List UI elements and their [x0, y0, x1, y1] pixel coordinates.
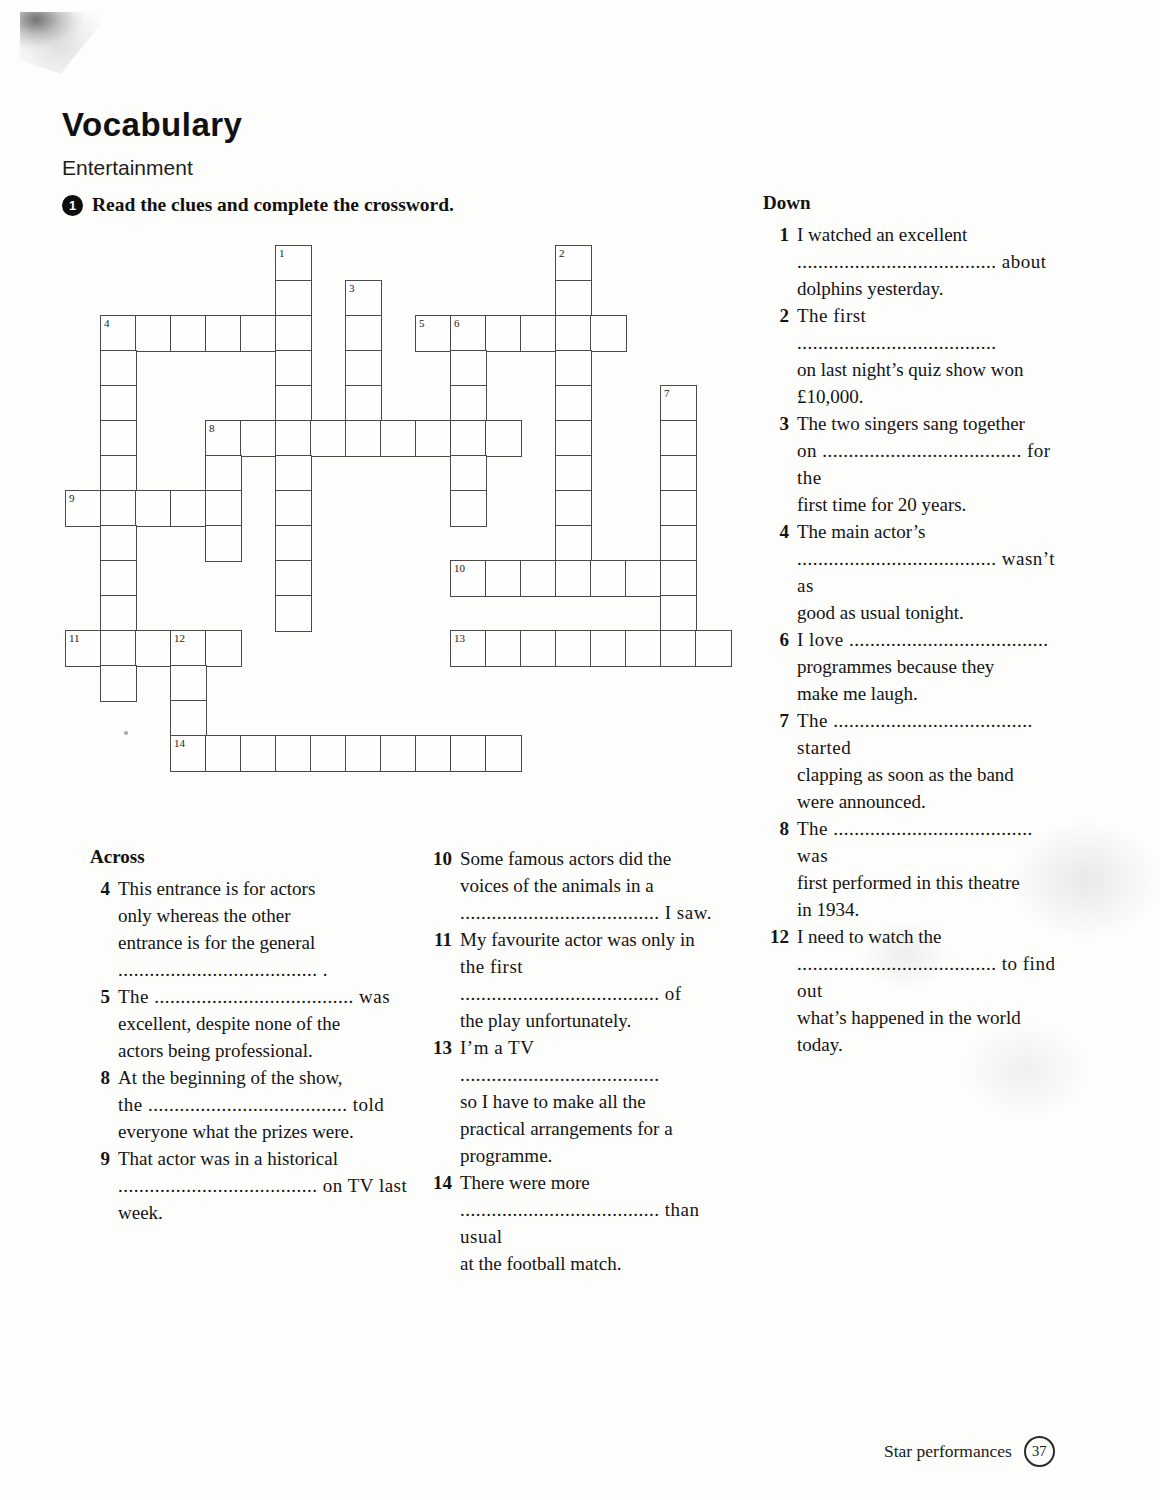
instruction-text: Read the clues and complete the crosswor…	[92, 194, 454, 216]
clue-number: 5	[90, 983, 118, 1064]
clue-number: 6	[763, 626, 797, 707]
crossword-cell-r11c14[interactable]	[555, 630, 592, 667]
clue-text: The ....................................…	[118, 983, 420, 1064]
grid-clue-number-1: 1	[279, 247, 285, 260]
crossword-cell-r6c4[interactable]	[205, 455, 242, 492]
crossword-cell-r14c11[interactable]	[450, 735, 487, 772]
clue-number: 13	[426, 1034, 460, 1169]
clue-text: The ....................................…	[797, 707, 1068, 815]
crossword-cell-r0c6[interactable]: 1	[275, 245, 312, 282]
clue-number: 14	[426, 1169, 460, 1277]
crossword-cell-r7c14[interactable]	[555, 490, 592, 527]
crossword-cell-r8c17[interactable]	[660, 525, 697, 562]
crossword-cell-r7c3[interactable]	[170, 490, 207, 527]
crossword-cell-r12c1[interactable]	[100, 665, 137, 702]
grid-clue-number-13: 13	[454, 632, 465, 645]
crossword-cell-r4c1[interactable]	[100, 385, 137, 422]
grid-clue-number-2: 2	[559, 247, 565, 260]
down-header: Down	[763, 189, 1068, 216]
crossword-cell-r2c6[interactable]	[275, 315, 312, 352]
page-number-circle: 37	[1024, 1436, 1055, 1467]
clue-text: This entrance is for actorsonly whereas …	[118, 875, 420, 983]
page-footer: Star performances 37	[884, 1436, 1055, 1467]
crossword-cell-r14c10[interactable]	[415, 735, 452, 772]
crossword-cell-r11c0[interactable]: 11	[65, 630, 102, 667]
clue-number: 4	[90, 875, 118, 983]
crossword-cell-r5c11[interactable]	[450, 420, 487, 457]
across-clues-column-1: Across 4This entrance is for actorsonly …	[90, 843, 420, 1226]
clue-text: My favourite actor was only inthe first …	[460, 926, 726, 1034]
crossword-cell-r3c11[interactable]	[450, 350, 487, 387]
crossword-cell-r8c6[interactable]	[275, 525, 312, 562]
clue-across-14: 14There were more.......................…	[426, 1169, 726, 1277]
exercise-instruction: 1 Read the clues and complete the crossw…	[62, 194, 454, 216]
grid-clue-number-9: 9	[69, 492, 75, 505]
clue-number: 1	[763, 221, 797, 302]
crossword-cell-r7c4[interactable]	[205, 490, 242, 527]
crossword-cell-r4c11[interactable]	[450, 385, 487, 422]
crossword-cell-r11c2[interactable]	[135, 630, 172, 667]
crossword-cell-r8c4[interactable]	[205, 525, 242, 562]
crossword-cell-r2c14[interactable]	[555, 315, 592, 352]
crossword-cell-r11c12[interactable]	[485, 630, 522, 667]
grid-clue-number-7: 7	[664, 387, 670, 400]
crossword-cell-r7c1[interactable]	[100, 490, 137, 527]
grid-clue-number-14: 14	[174, 737, 185, 750]
section-title: Entertainment	[62, 156, 193, 180]
crossword-cell-r4c6[interactable]	[275, 385, 312, 422]
crossword-cell-r5c10[interactable]	[415, 420, 452, 457]
clue-number: 4	[763, 518, 797, 626]
clue-number: 8	[763, 815, 797, 923]
crossword-cell-r2c1[interactable]: 4	[100, 315, 137, 352]
clue-down-1: 1I watched an excellent.................…	[763, 221, 1068, 302]
crossword-cell-r9c13[interactable]	[520, 560, 557, 597]
crossword-cell-r11c4[interactable]	[205, 630, 242, 667]
crossword-grid: 1234567891011121314	[65, 245, 732, 772]
crossword-cell-r1c8[interactable]: 3	[345, 280, 382, 317]
clue-text: I need to watch the.....................…	[797, 923, 1068, 1058]
crossword-cell-r10c1[interactable]	[100, 595, 137, 632]
clue-across-10: 10Some famous actors did thevoices of th…	[426, 845, 726, 926]
crossword-cell-r3c14[interactable]	[555, 350, 592, 387]
crossword-cell-r9c6[interactable]	[275, 560, 312, 597]
grid-clue-number-10: 10	[454, 562, 465, 575]
crossword-cell-r6c14[interactable]	[555, 455, 592, 492]
crossword-cell-r9c12[interactable]	[485, 560, 522, 597]
crossword-cell-r14c9[interactable]	[380, 735, 417, 772]
clue-text: I’m a TV ...............................…	[460, 1034, 726, 1169]
crossword-cell-r6c1[interactable]	[100, 455, 137, 492]
crossword-cell-r7c17[interactable]	[660, 490, 697, 527]
crossword-cell-r9c1[interactable]	[100, 560, 137, 597]
crossword-cell-r14c6[interactable]	[275, 735, 312, 772]
crossword-cell-r13c3[interactable]	[170, 700, 207, 737]
clue-down-3: 3The two singers sang togetheron .......…	[763, 410, 1068, 518]
across-clues-column-2: 10Some famous actors did thevoices of th…	[426, 845, 726, 1277]
crossword-cell-r9c17[interactable]	[660, 560, 697, 597]
crossword-cell-r11c1[interactable]	[100, 630, 137, 667]
crossword-cell-r3c8[interactable]	[345, 350, 382, 387]
crossword-cell-r2c8[interactable]	[345, 315, 382, 352]
crossword-cell-r11c11[interactable]: 13	[450, 630, 487, 667]
grid-clue-number-8: 8	[209, 422, 215, 435]
grid-clue-number-5: 5	[419, 317, 425, 330]
crossword-cell-r5c17[interactable]	[660, 420, 697, 457]
clue-number: 9	[90, 1145, 118, 1226]
crossword-cell-r2c4[interactable]	[205, 315, 242, 352]
clue-down-8: 8The ...................................…	[763, 815, 1068, 923]
crossword-cell-r1c14[interactable]	[555, 280, 592, 317]
crossword-cell-r7c6[interactable]	[275, 490, 312, 527]
clue-number: 3	[763, 410, 797, 518]
scan-corner-smudge	[20, 12, 110, 74]
clue-number: 7	[763, 707, 797, 815]
clue-number: 2	[763, 302, 797, 410]
clue-text: I watched an excellent..................…	[797, 221, 1068, 302]
crossword-cell-r8c1[interactable]	[100, 525, 137, 562]
crossword-cell-r5c9[interactable]	[380, 420, 417, 457]
clue-number: 12	[763, 923, 797, 1058]
crossword-cell-r11c18[interactable]	[695, 630, 732, 667]
crossword-cell-r7c11[interactable]	[450, 490, 487, 527]
crossword-cell-r14c8[interactable]	[345, 735, 382, 772]
crossword-cell-r2c11[interactable]: 6	[450, 315, 487, 352]
grid-clue-number-4: 4	[104, 317, 110, 330]
clue-number: 11	[426, 926, 460, 1034]
clue-across-4: 4This entrance is for actorsonly whereas…	[90, 875, 420, 983]
clue-down-12: 12I need to watch the...................…	[763, 923, 1068, 1058]
clue-across-8: 8At the beginning of the show,the ......…	[90, 1064, 420, 1145]
crossword-cell-r7c0[interactable]: 9	[65, 490, 102, 527]
crossword-cell-r12c3[interactable]	[170, 665, 207, 702]
crossword-cell-r4c14[interactable]	[555, 385, 592, 422]
clue-number: 10	[426, 845, 460, 926]
crossword-cell-r2c10[interactable]: 5	[415, 315, 452, 352]
crossword-cell-r9c11[interactable]: 10	[450, 560, 487, 597]
crossword-cell-r14c4[interactable]	[205, 735, 242, 772]
clue-down-2: 2The first .............................…	[763, 302, 1068, 410]
crossword-cell-r5c7[interactable]	[310, 420, 347, 457]
crossword-cell-r1c6[interactable]	[275, 280, 312, 317]
clue-text: The two singers sang togetheron ........…	[797, 410, 1068, 518]
crossword-cell-r6c11[interactable]	[450, 455, 487, 492]
crossword-cell-r6c6[interactable]	[275, 455, 312, 492]
clue-down-7: 7The ...................................…	[763, 707, 1068, 815]
across-header: Across	[90, 843, 420, 870]
clue-text: The main actor’s........................…	[797, 518, 1068, 626]
crossword-cell-r2c13[interactable]	[520, 315, 557, 352]
footer-book-title: Star performances	[884, 1441, 1012, 1462]
crossword-cell-r10c17[interactable]	[660, 595, 697, 632]
crossword-cell-r7c2[interactable]	[135, 490, 172, 527]
crossword-cell-r0c14[interactable]: 2	[555, 245, 592, 282]
clue-down-6: 6I love ................................…	[763, 626, 1068, 707]
crossword-cell-r11c3[interactable]: 12	[170, 630, 207, 667]
crossword-cell-r5c1[interactable]	[100, 420, 137, 457]
workbook-page: Vocabulary Entertainment 1 Read the clue…	[0, 0, 1160, 1500]
clue-text: That actor was in a historical..........…	[118, 1145, 420, 1226]
exercise-number-badge: 1	[62, 195, 83, 216]
clue-text: The first ..............................…	[797, 302, 1068, 410]
crossword-cell-r6c17[interactable]	[660, 455, 697, 492]
crossword-cell-r11c16[interactable]	[625, 630, 662, 667]
crossword-cell-r14c3[interactable]: 14	[170, 735, 207, 772]
crossword-cell-r4c8[interactable]	[345, 385, 382, 422]
grid-clue-number-6: 6	[454, 317, 460, 330]
crossword-cell-r14c12[interactable]	[485, 735, 522, 772]
crossword-cell-r5c14[interactable]	[555, 420, 592, 457]
crossword-cell-r4c17[interactable]: 7	[660, 385, 697, 422]
crossword-cell-r2c3[interactable]	[170, 315, 207, 352]
clue-down-4: 4The main actor’s.......................…	[763, 518, 1068, 626]
clue-across-9: 9That actor was in a historical.........…	[90, 1145, 420, 1226]
crossword-cell-r2c15[interactable]	[590, 315, 627, 352]
clue-across-13: 13I’m a TV .............................…	[426, 1034, 726, 1169]
clue-across-5: 5The ...................................…	[90, 983, 420, 1064]
clue-text: The ....................................…	[797, 815, 1068, 923]
crossword-cell-r5c8[interactable]	[345, 420, 382, 457]
clue-text: I love .................................…	[797, 626, 1068, 707]
clue-across-11: 11My favourite actor was only inthe firs…	[426, 926, 726, 1034]
clue-text: There were more.........................…	[460, 1169, 726, 1277]
clue-text: At the beginning of the show,the .......…	[118, 1064, 420, 1145]
crossword-cell-r9c15[interactable]	[590, 560, 627, 597]
crossword-cell-r2c5[interactable]	[240, 315, 277, 352]
crossword-cell-r5c6[interactable]	[275, 420, 312, 457]
crossword-cell-r9c14[interactable]	[555, 560, 592, 597]
crossword-cell-r5c12[interactable]	[485, 420, 522, 457]
crossword-cell-r3c1[interactable]	[100, 350, 137, 387]
grid-clue-number-11: 11	[69, 632, 80, 645]
grid-clue-number-12: 12	[174, 632, 185, 645]
crossword-cell-r2c2[interactable]	[135, 315, 172, 352]
crossword-cell-r11c13[interactable]	[520, 630, 557, 667]
crossword-cell-r14c7[interactable]	[310, 735, 347, 772]
clue-number: 8	[90, 1064, 118, 1145]
crossword-cell-r11c17[interactable]	[660, 630, 697, 667]
crossword-cell-r8c14[interactable]	[555, 525, 592, 562]
crossword-cell-r14c5[interactable]	[240, 735, 277, 772]
page-title: Vocabulary	[62, 106, 242, 144]
down-clues-column: Down 1I watched an excellent............…	[763, 189, 1068, 1058]
crossword-cell-r11c15[interactable]	[590, 630, 627, 667]
crossword-cell-r9c16[interactable]	[625, 560, 662, 597]
crossword-cell-r2c12[interactable]	[485, 315, 522, 352]
crossword-cell-r3c6[interactable]	[275, 350, 312, 387]
crossword-cell-r10c6[interactable]	[275, 595, 312, 632]
crossword-cell-r5c4[interactable]: 8	[205, 420, 242, 457]
clue-text: Some famous actors did thevoices of the …	[460, 845, 726, 926]
crossword-cell-r5c5[interactable]	[240, 420, 277, 457]
grid-clue-number-3: 3	[349, 282, 355, 295]
